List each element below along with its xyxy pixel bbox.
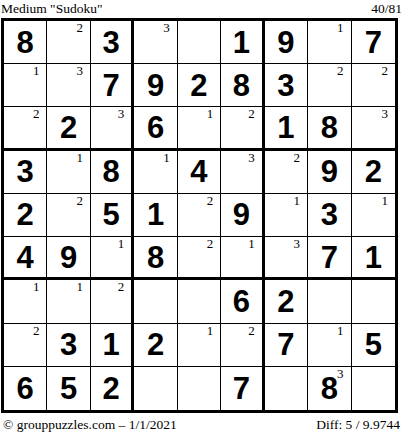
given-digit: 8	[233, 70, 250, 101]
cell-r1c9[interactable]: 7	[352, 21, 395, 64]
cell-r3c5[interactable]: 1	[178, 107, 221, 150]
cell-r5c3[interactable]: 5	[91, 194, 134, 237]
given-digit: 2	[17, 199, 34, 230]
given-digit: 2	[102, 373, 119, 404]
cell-r9c1[interactable]: 6	[4, 367, 47, 410]
given-digit: 8	[17, 27, 34, 58]
cell-r6c3[interactable]: 1	[91, 237, 134, 280]
cell-r3c9[interactable]: 3	[352, 107, 395, 150]
cell-r8c1[interactable]: 2	[4, 324, 47, 367]
cell-r9c9[interactable]	[352, 367, 395, 410]
cell-r7c9[interactable]	[352, 280, 395, 323]
copyright-text: © grouppuzzles.com – 1/1/2021	[3, 417, 177, 433]
pencil-mark: 2	[294, 151, 301, 165]
page-title: Medium "Sudoku"	[1, 1, 102, 17]
cell-r1c3[interactable]: 3	[91, 21, 134, 64]
cell-r9c3[interactable]: 2	[91, 367, 134, 410]
cell-r9c8[interactable]: 83	[308, 367, 351, 410]
cell-r6c2[interactable]: 9	[47, 237, 90, 280]
given-digit: 8	[147, 242, 164, 273]
given-digit: 2	[190, 70, 207, 101]
given-digit: 6	[17, 373, 34, 404]
cell-r2c2[interactable]: 3	[47, 64, 90, 107]
cell-r8c5[interactable]: 1	[178, 324, 221, 367]
cell-r1c7[interactable]: 9	[265, 21, 308, 64]
given-digit: 8	[321, 373, 338, 404]
pencil-mark: 1	[76, 151, 83, 165]
pencil-mark: 2	[76, 21, 83, 35]
cell-r4c8[interactable]: 9	[308, 151, 351, 194]
cell-r1c6[interactable]: 1	[221, 21, 264, 64]
given-digit: 1	[277, 112, 294, 143]
pencil-mark: 1	[337, 21, 344, 35]
given-digit: 3	[321, 199, 338, 230]
cell-r1c8[interactable]: 1	[308, 21, 351, 64]
pencil-mark: 3	[294, 237, 301, 251]
given-digit: 7	[102, 70, 119, 101]
sudoku-page: { "header": { "title": "Medium \"Sudoku\…	[0, 0, 403, 437]
given-digit: 7	[233, 373, 250, 404]
pencil-mark: 2	[118, 280, 125, 294]
cell-r8c3[interactable]: 1	[91, 324, 134, 367]
cell-r7c3[interactable]: 2	[91, 280, 134, 323]
cell-r7c4[interactable]	[134, 280, 177, 323]
cell-r6c8[interactable]: 7	[308, 237, 351, 280]
given-digit: 9	[233, 199, 250, 230]
cell-r3c8[interactable]: 8	[308, 107, 351, 150]
given-digit: 2	[365, 156, 382, 187]
cell-r5c5[interactable]: 2	[178, 194, 221, 237]
cell-r1c1[interactable]: 8	[4, 21, 47, 64]
cell-r1c4[interactable]: 3	[134, 21, 177, 64]
pencil-mark: 3	[163, 21, 170, 35]
pencil-mark: 2	[381, 64, 388, 78]
cell-r3c7[interactable]: 1	[265, 107, 308, 150]
cell-r9c7[interactable]	[265, 367, 308, 410]
pencil-mark: 1	[163, 151, 170, 165]
cell-r7c7[interactable]: 2	[265, 280, 308, 323]
cell-r4c7[interactable]: 2	[265, 151, 308, 194]
cell-r6c6[interactable]: 1	[221, 237, 264, 280]
given-count: 40/81	[371, 1, 402, 17]
cell-r6c9[interactable]: 1	[352, 237, 395, 280]
pencil-mark: 2	[207, 237, 214, 251]
cell-r4c1[interactable]: 3	[4, 151, 47, 194]
pencil-mark: 3	[118, 107, 125, 121]
cell-r6c1[interactable]: 4	[4, 237, 47, 280]
pencil-mark: 1	[381, 194, 388, 208]
cell-r4c9[interactable]: 2	[352, 151, 395, 194]
cell-r4c3[interactable]: 8	[91, 151, 134, 194]
pencil-mark: 1	[118, 237, 125, 251]
pencil-mark: 1	[207, 324, 214, 338]
given-digit: 2	[147, 329, 164, 360]
cell-r5c7[interactable]: 1	[265, 194, 308, 237]
pencil-mark: 2	[248, 324, 255, 338]
given-digit: 1	[147, 199, 164, 230]
cell-r4c5[interactable]: 4	[178, 151, 221, 194]
cell-r5c2[interactable]: 2	[47, 194, 90, 237]
pencil-mark: 1	[248, 237, 255, 251]
cell-r5c8[interactable]: 3	[308, 194, 351, 237]
cell-r8c4[interactable]: 2	[134, 324, 177, 367]
cell-r9c6[interactable]: 7	[221, 367, 264, 410]
given-digit: 9	[321, 156, 338, 187]
cell-r2c3[interactable]: 7	[91, 64, 134, 107]
cell-r3c1[interactable]: 2	[4, 107, 47, 150]
pencil-mark: 1	[33, 280, 40, 294]
pencil-mark: 2	[76, 194, 83, 208]
given-digit: 7	[277, 329, 294, 360]
cell-r8c2[interactable]: 3	[47, 324, 90, 367]
pencil-mark: 2	[248, 107, 255, 121]
pencil-mark: 3	[248, 151, 255, 165]
cell-r2c7[interactable]: 3	[265, 64, 308, 107]
cell-r7c8[interactable]	[308, 280, 351, 323]
pencil-mark: 1	[76, 280, 83, 294]
difficulty-text: Diff: 5 / 9.9744	[316, 417, 400, 433]
given-digit: 2	[60, 112, 77, 143]
cell-r3c4[interactable]: 6	[134, 107, 177, 150]
cell-r2c8[interactable]: 2	[308, 64, 351, 107]
cell-r3c6[interactable]: 2	[221, 107, 264, 150]
pencil-mark: 2	[33, 107, 40, 121]
given-digit: 9	[60, 242, 77, 273]
cell-r6c5[interactable]: 2	[178, 237, 221, 280]
cell-r2c6[interactable]: 8	[221, 64, 264, 107]
cell-r7c5[interactable]	[178, 280, 221, 323]
given-digit: 1	[365, 242, 382, 273]
cell-r6c7[interactable]: 3	[265, 237, 308, 280]
given-digit: 8	[321, 112, 338, 143]
cell-r1c2[interactable]: 2	[47, 21, 90, 64]
given-digit: 2	[277, 286, 294, 317]
cell-r4c2[interactable]: 1	[47, 151, 90, 194]
cell-r2c1[interactable]: 1	[4, 64, 47, 107]
given-digit: 4	[17, 242, 34, 273]
given-digit: 3	[17, 156, 34, 187]
cell-r2c5[interactable]: 2	[178, 64, 221, 107]
pencil-mark: 3	[76, 64, 83, 78]
pencil-mark: 3	[381, 107, 388, 121]
header: Medium "Sudoku" 40/81	[0, 0, 403, 18]
cell-r8c9[interactable]: 5	[352, 324, 395, 367]
cell-r8c7[interactable]: 7	[265, 324, 308, 367]
cell-r7c2[interactable]: 1	[47, 280, 90, 323]
given-digit: 9	[147, 70, 164, 101]
cell-r2c4[interactable]: 9	[134, 64, 177, 107]
cell-r3c2[interactable]: 2	[47, 107, 90, 150]
given-digit: 7	[365, 27, 382, 58]
cell-r7c6[interactable]: 6	[221, 280, 264, 323]
cell-r8c8[interactable]: 1	[308, 324, 351, 367]
given-digit: 6	[233, 286, 250, 317]
cell-r5c6[interactable]: 9	[221, 194, 264, 237]
given-digit: 4	[190, 156, 207, 187]
cell-r4c6[interactable]: 3	[221, 151, 264, 194]
cell-r2c9[interactable]: 2	[352, 64, 395, 107]
given-digit: 6	[147, 112, 164, 143]
given-digit: 5	[102, 199, 119, 230]
cell-r1c5[interactable]	[178, 21, 221, 64]
cell-r5c1[interactable]: 2	[4, 194, 47, 237]
pencil-mark: 1	[33, 64, 40, 78]
cell-r9c5[interactable]	[178, 367, 221, 410]
cell-r3c3[interactable]: 3	[91, 107, 134, 150]
given-digit: 3	[102, 27, 119, 58]
pencil-mark: 2	[207, 194, 214, 208]
cell-r8c6[interactable]: 2	[221, 324, 264, 367]
given-digit: 7	[321, 242, 338, 273]
pencil-mark: 1	[294, 194, 301, 208]
cell-r9c2[interactable]: 5	[47, 367, 90, 410]
cell-r9c4[interactable]	[134, 367, 177, 410]
given-digit: 3	[60, 329, 77, 360]
cell-r4c4[interactable]: 1	[134, 151, 177, 194]
cell-r5c4[interactable]: 1	[134, 194, 177, 237]
cell-r7c1[interactable]: 1	[4, 280, 47, 323]
cell-r6c4[interactable]: 8	[134, 237, 177, 280]
cell-r5c9[interactable]: 1	[352, 194, 395, 237]
sudoku-board: 8233191713792832222361218331814329222512…	[1, 18, 398, 413]
given-digit: 9	[277, 27, 294, 58]
given-digit: 3	[277, 70, 294, 101]
pencil-mark: 1	[337, 324, 344, 338]
pencil-mark: 2	[33, 324, 40, 338]
given-digit: 5	[60, 373, 77, 404]
pencil-mark: 2	[337, 64, 344, 78]
given-digit: 1	[102, 329, 119, 360]
pencil-mark: 3	[337, 367, 344, 381]
given-digit: 8	[102, 156, 119, 187]
pencil-mark: 1	[207, 107, 214, 121]
given-digit: 1	[233, 27, 250, 58]
footer: © grouppuzzles.com – 1/1/2021 Diff: 5 / …	[0, 413, 403, 433]
given-digit: 5	[365, 329, 382, 360]
